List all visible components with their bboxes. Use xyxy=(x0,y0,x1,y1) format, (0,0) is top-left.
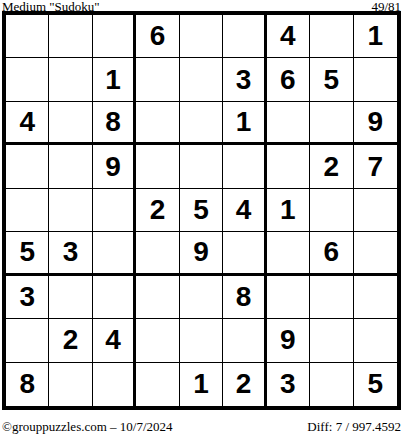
cell-r4c6[interactable] xyxy=(223,145,266,188)
cell-r2c2[interactable] xyxy=(49,58,92,101)
cell-r2c8: 5 xyxy=(310,58,353,101)
cell-r1c7: 4 xyxy=(267,15,310,58)
cell-r8c8[interactable] xyxy=(310,319,353,362)
cell-r1c8[interactable] xyxy=(310,15,353,58)
cell-r4c2[interactable] xyxy=(49,145,92,188)
cell-r5c9[interactable] xyxy=(354,189,397,232)
cell-r4c7[interactable] xyxy=(267,145,310,188)
cell-r1c6[interactable] xyxy=(223,15,266,58)
cell-r7c5[interactable] xyxy=(180,276,223,319)
cell-r7c9[interactable] xyxy=(354,276,397,319)
cell-r2c1[interactable] xyxy=(6,58,49,101)
cell-r6c4[interactable] xyxy=(136,232,179,275)
cell-r7c8[interactable] xyxy=(310,276,353,319)
cell-r5c3[interactable] xyxy=(93,189,136,232)
cell-r5c4: 2 xyxy=(136,189,179,232)
cell-r9c9: 5 xyxy=(354,363,397,406)
cell-r9c7: 3 xyxy=(267,363,310,406)
footer: ©grouppuzzles.com – 10/7/2024 Diff: 7 / … xyxy=(2,420,401,433)
cell-r5c8[interactable] xyxy=(310,189,353,232)
cell-r7c2[interactable] xyxy=(49,276,92,319)
cell-r7c7[interactable] xyxy=(267,276,310,319)
cell-r2c9[interactable] xyxy=(354,58,397,101)
cell-r8c2: 2 xyxy=(49,319,92,362)
cell-r3c9: 9 xyxy=(354,102,397,145)
cell-r6c7[interactable] xyxy=(267,232,310,275)
cell-r1c1[interactable] xyxy=(6,15,49,58)
cell-r6c5: 9 xyxy=(180,232,223,275)
cell-r3c4[interactable] xyxy=(136,102,179,145)
cell-r8c9[interactable] xyxy=(354,319,397,362)
cell-r3c6: 1 xyxy=(223,102,266,145)
cell-r9c2[interactable] xyxy=(49,363,92,406)
cell-r2c5[interactable] xyxy=(180,58,223,101)
cell-r9c1: 8 xyxy=(6,363,49,406)
cell-r1c2[interactable] xyxy=(49,15,92,58)
cell-r2c6: 3 xyxy=(223,58,266,101)
cell-r2c7: 6 xyxy=(267,58,310,101)
cell-r3c3: 8 xyxy=(93,102,136,145)
cell-r4c8: 2 xyxy=(310,145,353,188)
cell-r6c9[interactable] xyxy=(354,232,397,275)
cell-r8c1[interactable] xyxy=(6,319,49,362)
cell-r6c3[interactable] xyxy=(93,232,136,275)
cell-r8c6[interactable] xyxy=(223,319,266,362)
cell-r1c3[interactable] xyxy=(93,15,136,58)
cell-r7c1: 3 xyxy=(6,276,49,319)
cell-r9c6: 2 xyxy=(223,363,266,406)
cell-r8c3: 4 xyxy=(93,319,136,362)
cell-r4c3: 9 xyxy=(93,145,136,188)
cell-r7c4[interactable] xyxy=(136,276,179,319)
cell-r1c5[interactable] xyxy=(180,15,223,58)
cell-r2c3: 1 xyxy=(93,58,136,101)
cell-r3c5[interactable] xyxy=(180,102,223,145)
cell-r6c8: 6 xyxy=(310,232,353,275)
cell-r1c4: 6 xyxy=(136,15,179,58)
cell-r8c5[interactable] xyxy=(180,319,223,362)
cell-r2c4[interactable] xyxy=(136,58,179,101)
cell-r7c3[interactable] xyxy=(93,276,136,319)
cell-r9c4[interactable] xyxy=(136,363,179,406)
cell-r4c1[interactable] xyxy=(6,145,49,188)
cell-r5c1[interactable] xyxy=(6,189,49,232)
cell-r9c3[interactable] xyxy=(93,363,136,406)
cell-r3c8[interactable] xyxy=(310,102,353,145)
cell-r3c2[interactable] xyxy=(49,102,92,145)
difficulty-text: Diff: 7 / 997.4592 xyxy=(307,420,401,433)
cell-r3c7[interactable] xyxy=(267,102,310,145)
cell-r4c5[interactable] xyxy=(180,145,223,188)
cell-r5c6: 4 xyxy=(223,189,266,232)
cell-r8c7: 9 xyxy=(267,319,310,362)
sudoku-grid: 64113654819927254153963824981235 xyxy=(2,11,401,410)
cell-r7c6: 8 xyxy=(223,276,266,319)
cell-r9c5: 1 xyxy=(180,363,223,406)
cell-r9c8[interactable] xyxy=(310,363,353,406)
cell-r8c4[interactable] xyxy=(136,319,179,362)
cell-r5c2[interactable] xyxy=(49,189,92,232)
cell-r6c1: 5 xyxy=(6,232,49,275)
cell-r4c9: 7 xyxy=(354,145,397,188)
cell-r3c1: 4 xyxy=(6,102,49,145)
cell-r6c6[interactable] xyxy=(223,232,266,275)
cell-r1c9: 1 xyxy=(354,15,397,58)
credit-text: ©grouppuzzles.com – 10/7/2024 xyxy=(2,420,173,433)
cell-r5c7: 1 xyxy=(267,189,310,232)
cell-r5c5: 5 xyxy=(180,189,223,232)
cell-r6c2: 3 xyxy=(49,232,92,275)
cell-r4c4[interactable] xyxy=(136,145,179,188)
